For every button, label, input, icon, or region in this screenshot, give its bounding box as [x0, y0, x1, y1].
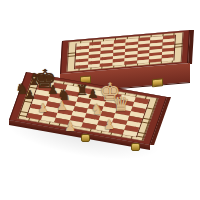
square-g1: [149, 58, 161, 62]
square-a1: [75, 65, 87, 69]
light-pawn: ♟: [38, 102, 49, 114]
square-f1: [136, 59, 148, 63]
dark-pawn: ♟: [25, 89, 36, 101]
brass-latch-right: [152, 78, 163, 87]
light-pawn: ♟: [103, 118, 115, 131]
chess-set-photo: ♝♚♟♞♜♟♟♞♚♟♟♛♞♟♟: [0, 0, 200, 200]
dark-pawn: ♟: [88, 88, 99, 100]
square-e1: [124, 60, 136, 64]
square-b1: [87, 64, 99, 68]
square-d1: [112, 61, 124, 65]
dark-rook: ♜: [76, 83, 89, 97]
brass-hinge-right: [131, 143, 140, 151]
brass-hinge-left: [81, 134, 90, 142]
square-c1: [100, 63, 112, 67]
light-pawn: ♟: [64, 120, 76, 133]
light-knight: ♞: [91, 102, 104, 116]
square-h1: [161, 57, 173, 61]
square-h1: [122, 130, 137, 137]
checkerboard: [74, 35, 176, 69]
light-pawn: ♟: [57, 100, 68, 112]
light-queen: ♛: [112, 94, 130, 114]
